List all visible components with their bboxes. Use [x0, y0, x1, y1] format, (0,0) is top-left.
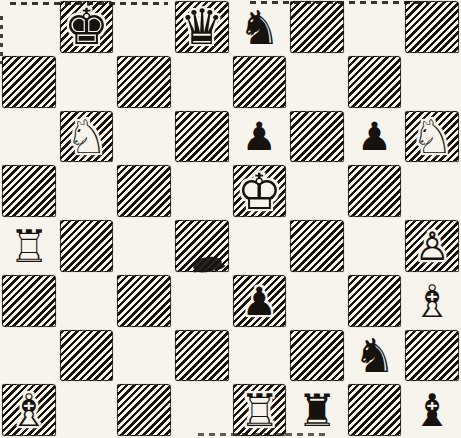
black-queen-icon: ♛ [180, 3, 224, 52]
square-c2[interactable] [115, 329, 173, 384]
square-e1[interactable]: ♜♖ [231, 383, 289, 438]
white-rook-a4[interactable]: ♜♖ [0, 219, 58, 274]
black-knight-icon: ♞ [353, 332, 395, 379]
square-a4[interactable]: ♜♖ [0, 219, 58, 274]
white-king-e5[interactable]: ♚♔ [231, 164, 289, 219]
square-c7[interactable] [115, 55, 173, 110]
square-e7[interactable] [231, 55, 289, 110]
white-king-icon: ♔ [237, 167, 282, 217]
square-g3[interactable] [346, 274, 404, 329]
white-knight-icon: ♘ [65, 113, 107, 160]
square-d2[interactable] [173, 329, 231, 384]
square-b5[interactable] [58, 164, 116, 219]
square-g1[interactable] [346, 383, 404, 438]
square-d7[interactable] [173, 55, 231, 110]
square-e6[interactable]: ♟ [231, 110, 289, 165]
hatch-pattern [2, 56, 56, 108]
hatch-pattern [175, 111, 229, 163]
white-bishop-a1[interactable]: ♝♗ [0, 383, 58, 438]
square-g4[interactable] [346, 219, 404, 274]
square-e2[interactable] [231, 329, 289, 384]
newspaper-chess-diagram: { "game": "chess", "diagram_style": "vin… [0, 0, 461, 438]
square-a5[interactable] [0, 164, 58, 219]
black-queen-d8[interactable]: ♛ [173, 0, 231, 55]
square-g7[interactable] [346, 55, 404, 110]
print-dash-bottom [198, 433, 328, 436]
square-f6[interactable] [288, 110, 346, 165]
black-knight-e8[interactable]: ♞ [231, 0, 289, 55]
white-knight-b6[interactable]: ♞♘ [58, 110, 116, 165]
square-f2[interactable] [288, 329, 346, 384]
hatch-pattern [290, 111, 344, 163]
square-a7[interactable] [0, 55, 58, 110]
square-f3[interactable] [288, 274, 346, 329]
square-b3[interactable] [58, 274, 116, 329]
black-pawn-e6[interactable]: ♟ [231, 110, 289, 165]
square-e8[interactable]: ♞ [231, 0, 289, 55]
hatch-pattern [348, 56, 402, 108]
square-a6[interactable] [0, 110, 58, 165]
square-a3[interactable] [0, 274, 58, 329]
square-b7[interactable] [58, 55, 116, 110]
hatch-pattern [348, 384, 402, 436]
white-bishop-icon: ♗ [412, 279, 452, 324]
square-f8[interactable] [288, 0, 346, 55]
black-pawn-icon: ♟ [242, 117, 277, 156]
white-bishop-h3[interactable]: ♝♗ [403, 274, 461, 329]
square-c1[interactable] [115, 383, 173, 438]
white-rook-e1[interactable]: ♜♖ [231, 383, 289, 438]
hatch-pattern [405, 330, 459, 382]
hatch-pattern [290, 220, 344, 272]
black-bishop-icon: ♝ [412, 388, 452, 433]
hatch-pattern [117, 56, 171, 108]
white-pawn-h4[interactable]: ♟♙ [403, 219, 461, 274]
hatch-pattern [117, 384, 171, 436]
square-b6[interactable]: ♞♘ [58, 110, 116, 165]
square-e3[interactable]: ♟ [231, 274, 289, 329]
hatch-pattern [2, 275, 56, 327]
square-b1[interactable] [58, 383, 116, 438]
white-rook-icon: ♖ [239, 388, 279, 433]
black-rook-f1[interactable]: ♜ [288, 383, 346, 438]
hatch-pattern [233, 56, 287, 108]
black-pawn-icon: ♟ [357, 117, 392, 156]
square-d5[interactable] [173, 164, 231, 219]
hatch-pattern [348, 165, 402, 217]
white-bishop-icon: ♗ [9, 388, 49, 433]
square-g8[interactable] [346, 0, 404, 55]
square-h7[interactable] [403, 55, 461, 110]
square-a2[interactable] [0, 329, 58, 384]
white-knight-h6[interactable]: ♞♘ [403, 110, 461, 165]
black-knight-g2[interactable]: ♞ [346, 329, 404, 384]
square-h3[interactable]: ♝♗ [403, 274, 461, 329]
black-king-b8[interactable]: ♚ [58, 0, 116, 55]
print-dash-top-left [10, 2, 168, 5]
square-g5[interactable] [346, 164, 404, 219]
print-dash-top-right [250, 1, 428, 4]
hatch-pattern [348, 275, 402, 327]
hatch-pattern [290, 1, 344, 53]
square-c8[interactable] [115, 0, 173, 55]
square-g2[interactable]: ♞ [346, 329, 404, 384]
white-pawn-icon: ♙ [415, 227, 450, 266]
square-f4[interactable] [288, 219, 346, 274]
black-pawn-e3[interactable]: ♟ [231, 274, 289, 329]
black-king-icon: ♚ [64, 2, 109, 52]
black-knight-icon: ♞ [238, 4, 280, 51]
square-c4[interactable] [115, 219, 173, 274]
square-c6[interactable] [115, 110, 173, 165]
square-h8[interactable] [403, 0, 461, 55]
square-b4[interactable] [58, 219, 116, 274]
square-g6[interactable]: ♟ [346, 110, 404, 165]
black-pawn-icon: ♟ [242, 282, 277, 321]
hatch-pattern [2, 165, 56, 217]
square-h4[interactable]: ♟♙ [403, 219, 461, 274]
square-a1[interactable]: ♝♗ [0, 383, 58, 438]
square-b8[interactable]: ♚ [58, 0, 116, 55]
white-rook-icon: ♖ [9, 224, 49, 269]
square-f7[interactable] [288, 55, 346, 110]
square-h2[interactable] [403, 329, 461, 384]
print-ticks-left [0, 16, 3, 64]
black-pawn-g6[interactable]: ♟ [346, 110, 404, 165]
square-d3[interactable] [173, 274, 231, 329]
square-f5[interactable] [288, 164, 346, 219]
black-bishop-h1[interactable]: ♝ [403, 383, 461, 438]
hatch-pattern [117, 275, 171, 327]
hatch-pattern [290, 330, 344, 382]
chess-board: ♚♛♞♞♘♟♟♞♘♚♔♜♖♟♙♟♝♗♞♝♗♜♖♜♝ [0, 0, 461, 438]
square-a8[interactable] [0, 0, 58, 55]
square-h6[interactable]: ♞♘ [403, 110, 461, 165]
hatch-pattern [60, 220, 114, 272]
square-d1[interactable] [173, 383, 231, 438]
square-d8[interactable]: ♛ [173, 0, 231, 55]
hatch-pattern [60, 330, 114, 382]
hatch-pattern [175, 330, 229, 382]
black-rook-icon: ♜ [297, 388, 337, 433]
square-d6[interactable] [173, 110, 231, 165]
square-c3[interactable] [115, 274, 173, 329]
square-b2[interactable] [58, 329, 116, 384]
square-h5[interactable] [403, 164, 461, 219]
square-e5[interactable]: ♚♔ [231, 164, 289, 219]
square-e4[interactable] [231, 219, 289, 274]
square-f1[interactable]: ♜ [288, 383, 346, 438]
square-h1[interactable]: ♝ [403, 383, 461, 438]
white-knight-icon: ♘ [411, 113, 453, 160]
hatch-pattern [117, 165, 171, 217]
square-c5[interactable] [115, 164, 173, 219]
hatch-pattern [405, 1, 459, 53]
